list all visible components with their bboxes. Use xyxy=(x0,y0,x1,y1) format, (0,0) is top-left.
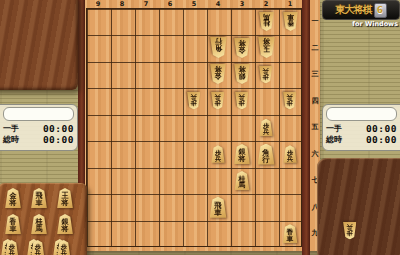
piece-box-tray[interactable]: 金将飛車王将香車桂馬銀将歩兵歩兵歩兵歩兵歩兵歩兵 xyxy=(0,183,87,255)
piece-金将[interactable]: 金将 xyxy=(5,188,21,208)
app-logo-title: 東大将棋 xyxy=(336,3,372,17)
piece-face: 香車 xyxy=(283,12,298,31)
right-player-name-field[interactable] xyxy=(326,107,397,121)
piece-歩兵[interactable]: 歩兵 xyxy=(211,92,225,110)
piece-歩兵[interactable]: 歩兵 xyxy=(57,240,71,255)
rank-label: 三 xyxy=(310,61,320,88)
piece-歩兵[interactable]: 歩兵 xyxy=(31,240,45,255)
piece-桂馬[interactable]: 桂馬 xyxy=(235,171,250,190)
piece-face: 歩兵 xyxy=(187,92,201,110)
rank-label: 二 xyxy=(310,35,320,62)
piece-face: 金将 xyxy=(210,64,226,84)
piece-face: 王将 xyxy=(57,188,73,208)
piece-銀将[interactable]: 銀将 xyxy=(234,64,250,84)
piece-銀将[interactable]: 銀将 xyxy=(234,144,250,164)
piece-飛車[interactable]: 飛車 xyxy=(31,188,47,208)
file-label: 2 xyxy=(254,0,278,8)
piece-face: 歩兵 xyxy=(57,240,71,255)
piece-角行[interactable]: 角行 xyxy=(258,144,275,165)
piece-face: 玉将 xyxy=(258,37,275,58)
right-board-edge xyxy=(302,0,310,255)
piece-歩兵[interactable]: 歩兵 xyxy=(259,119,273,137)
piece-face: 銀将 xyxy=(234,64,250,84)
piece-歩兵[interactable]: 歩兵 xyxy=(259,66,273,84)
piece-face: 飛車 xyxy=(210,197,227,218)
piece-face: 飛車 xyxy=(31,188,47,208)
right-total-time-value: 00:00 xyxy=(366,134,397,145)
right-move-time-value: 00:00 xyxy=(366,123,397,134)
left-player-panel: 一手 00:00 総時 00:00 xyxy=(0,104,78,151)
piece-face: 歩兵 xyxy=(259,66,273,84)
piece-face: 金将 xyxy=(234,38,250,58)
file-label: 3 xyxy=(230,0,254,8)
piece-face: 歩兵 xyxy=(283,145,297,163)
piece-香車[interactable]: 香車 xyxy=(283,224,298,243)
left-move-time-value: 00:00 xyxy=(43,123,74,134)
piece-face: 歩兵 xyxy=(211,92,225,110)
left-player-name-field[interactable] xyxy=(3,107,74,121)
piece-face: 角行 xyxy=(258,144,275,165)
piece-face: 桂馬 xyxy=(259,12,274,31)
piece-face: 桂馬 xyxy=(31,214,47,234)
piece-銀将[interactable]: 銀将 xyxy=(57,214,73,234)
piece-桂馬[interactable]: 桂馬 xyxy=(31,214,47,234)
left-total-time-label: 総時 xyxy=(3,134,19,145)
right-total-time-label: 総時 xyxy=(326,134,342,145)
right-move-time-label: 一手 xyxy=(326,123,342,134)
komadai-top-left[interactable] xyxy=(0,0,78,90)
piece-香車[interactable]: 香車 xyxy=(5,214,21,234)
piece-face: 歩兵 xyxy=(5,240,19,255)
rank-label: 一 xyxy=(310,8,320,35)
komadai-bottom-right[interactable]: 歩兵 xyxy=(317,158,400,255)
piece-王将[interactable]: 王将 xyxy=(57,188,73,208)
app-logo-version-badge: 6 xyxy=(374,3,387,18)
rank-label: 五 xyxy=(310,114,320,141)
file-label: 8 xyxy=(110,0,134,8)
piece-face: 香車 xyxy=(5,214,21,234)
shogi-app-window: 987654321 一二三四五六七八九 香車桂馬玉将金将角行歩兵銀将金将歩兵歩兵… xyxy=(0,0,400,255)
piece-角行[interactable]: 角行 xyxy=(210,37,227,58)
piece-歩兵[interactable]: 歩兵 xyxy=(283,92,297,110)
piece-香車[interactable]: 香車 xyxy=(283,12,298,31)
piece-飛車[interactable]: 飛車 xyxy=(210,197,227,218)
file-label: 7 xyxy=(134,0,158,8)
piece-歩兵[interactable]: 歩兵 xyxy=(283,145,297,163)
piece-face: 桂馬 xyxy=(235,171,250,190)
piece-face: 歩兵 xyxy=(211,145,225,163)
piece-face: 歩兵 xyxy=(343,222,357,240)
piece-face: 金将 xyxy=(5,188,21,208)
piece-歩兵[interactable]: 歩兵 xyxy=(5,240,19,255)
rank-label: 四 xyxy=(310,88,320,115)
app-logo: 東大将棋 6 xyxy=(322,0,400,20)
piece-桂馬[interactable]: 桂馬 xyxy=(259,12,274,31)
piece-歩兵[interactable]: 歩兵 xyxy=(211,145,225,163)
piece-face: 銀将 xyxy=(57,214,73,234)
piece-face: 歩兵 xyxy=(235,92,249,110)
piece-face: 歩兵 xyxy=(259,119,273,137)
file-label: 1 xyxy=(278,0,302,8)
piece-face: 香車 xyxy=(283,224,298,243)
piece-金将[interactable]: 金将 xyxy=(210,64,226,84)
piece-歩兵[interactable]: 歩兵 xyxy=(187,92,201,110)
piece-face: 歩兵 xyxy=(31,240,45,255)
file-label: 9 xyxy=(86,0,110,8)
piece-歩兵[interactable]: 歩兵 xyxy=(235,92,249,110)
piece-玉将[interactable]: 玉将 xyxy=(258,37,275,58)
piece-face: 歩兵 xyxy=(283,92,297,110)
left-move-time-label: 一手 xyxy=(3,123,19,134)
left-total-time-value: 00:00 xyxy=(43,134,74,145)
file-label: 4 xyxy=(206,0,230,8)
file-label: 5 xyxy=(182,0,206,8)
right-player-panel: 一手 00:00 総時 00:00 xyxy=(322,104,400,151)
file-label: 6 xyxy=(158,0,182,8)
piece-face: 角行 xyxy=(210,37,227,58)
app-logo-subtitle: for Windows xyxy=(322,20,398,28)
piece-金将[interactable]: 金将 xyxy=(234,38,250,58)
piece-歩兵[interactable]: 歩兵 xyxy=(343,222,357,240)
piece-face: 銀将 xyxy=(234,144,250,164)
